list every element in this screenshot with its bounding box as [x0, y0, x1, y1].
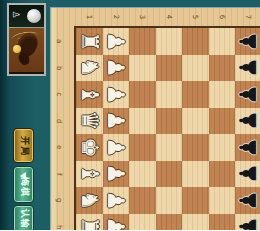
square-c1[interactable]: ♝ — [76, 81, 103, 108]
undo-button[interactable]: 悔棋 — [13, 166, 34, 203]
undo-button-label: 悔棋 — [19, 177, 28, 197]
square-g1[interactable]: ♞ — [76, 187, 103, 214]
player-panel: ♙ — [7, 3, 46, 76]
square-h1[interactable]: ♜ — [76, 214, 103, 231]
square-b4[interactable] — [156, 55, 183, 82]
square-d4[interactable] — [156, 108, 183, 135]
piece-black-pawn[interactable]: ♟ — [237, 31, 260, 52]
piece-black-pawn[interactable]: ♟ — [237, 190, 260, 211]
file-label-f: f — [45, 167, 72, 180]
square-f4[interactable] — [156, 161, 183, 188]
square-b1[interactable]: ♞ — [76, 55, 103, 82]
piece-black-pawn[interactable]: ♟ — [237, 84, 260, 105]
square-a2[interactable]: ♟ — [103, 28, 130, 55]
square-g2[interactable]: ♟ — [103, 187, 130, 214]
app-window: 12345678 abcdefgh ♜♟♟♜♞♟♟♞♝♟♟♝♛♟♟♛♚♟♟♚♝♟… — [0, 0, 260, 230]
piece-white-bishop[interactable]: ♝ — [78, 163, 101, 184]
file-label-h: h — [45, 220, 72, 230]
yellow-ball — [13, 45, 21, 53]
file-label-g: g — [45, 194, 72, 207]
square-e2[interactable]: ♟ — [103, 134, 130, 161]
file-label-c: c — [45, 88, 72, 101]
piece-white-bishop[interactable]: ♝ — [78, 84, 101, 105]
square-a4[interactable] — [156, 28, 183, 55]
square-g3[interactable] — [129, 187, 156, 214]
square-c4[interactable] — [156, 81, 183, 108]
square-a5[interactable] — [182, 28, 209, 55]
piece-white-king[interactable]: ♚ — [78, 137, 101, 158]
start-button-label: 开局 — [19, 136, 28, 156]
square-f5[interactable] — [182, 161, 209, 188]
square-h5[interactable] — [182, 214, 209, 231]
square-b6[interactable] — [209, 55, 236, 82]
piece-white-pawn[interactable]: ♟ — [104, 84, 127, 105]
player-status-row: ♙ — [9, 5, 44, 28]
white-ball-icon — [27, 9, 41, 23]
square-b3[interactable] — [129, 55, 156, 82]
file-label-e: e — [45, 141, 72, 154]
square-b5[interactable] — [182, 55, 209, 82]
square-e4[interactable] — [156, 134, 183, 161]
square-d5[interactable] — [182, 108, 209, 135]
square-c6[interactable] — [209, 81, 236, 108]
square-e3[interactable] — [129, 134, 156, 161]
square-g6[interactable] — [209, 187, 236, 214]
piece-black-pawn[interactable]: ♟ — [237, 216, 260, 230]
square-a1[interactable]: ♜ — [76, 28, 103, 55]
square-f2[interactable]: ♟ — [103, 161, 130, 188]
piece-white-pawn[interactable]: ♟ — [104, 190, 127, 211]
piece-white-pawn[interactable]: ♟ — [104, 216, 127, 230]
square-g4[interactable] — [156, 187, 183, 214]
square-g5[interactable] — [182, 187, 209, 214]
square-c5[interactable] — [182, 81, 209, 108]
square-a7[interactable]: ♟ — [235, 28, 260, 55]
square-d6[interactable] — [209, 108, 236, 135]
square-g7[interactable]: ♟ — [235, 187, 260, 214]
square-b7[interactable]: ♟ — [235, 55, 260, 82]
piece-white-knight[interactable]: ♞ — [78, 57, 101, 78]
piece-white-pawn[interactable]: ♟ — [104, 137, 127, 158]
square-h7[interactable]: ♟ — [235, 214, 260, 231]
piece-white-pawn[interactable]: ♟ — [104, 163, 127, 184]
square-e7[interactable]: ♟ — [235, 134, 260, 161]
square-e5[interactable] — [182, 134, 209, 161]
file-label-a: a — [45, 35, 72, 48]
resign-button[interactable]: 认输 — [13, 205, 34, 230]
file-label-d: d — [45, 114, 72, 127]
square-c3[interactable] — [129, 81, 156, 108]
piece-white-queen[interactable]: ♛ — [78, 110, 101, 131]
square-h4[interactable] — [156, 214, 183, 231]
square-h3[interactable] — [129, 214, 156, 231]
piece-white-pawn[interactable]: ♟ — [104, 57, 127, 78]
square-e6[interactable] — [209, 134, 236, 161]
start-button[interactable]: 开局 — [13, 128, 34, 163]
square-h6[interactable] — [209, 214, 236, 231]
piece-black-pawn[interactable]: ♟ — [237, 57, 260, 78]
piece-black-pawn[interactable]: ♟ — [237, 137, 260, 158]
square-d2[interactable]: ♟ — [103, 108, 130, 135]
piece-white-rook[interactable]: ♜ — [78, 216, 101, 230]
piece-white-knight[interactable]: ♞ — [78, 190, 101, 211]
square-d3[interactable] — [129, 108, 156, 135]
piece-black-pawn[interactable]: ♟ — [237, 163, 260, 184]
file-label-b: b — [45, 61, 72, 74]
square-c2[interactable]: ♟ — [103, 81, 130, 108]
horse-avatar — [9, 28, 44, 72]
piece-white-pawn[interactable]: ♟ — [104, 31, 127, 52]
square-f7[interactable]: ♟ — [235, 161, 260, 188]
piece-white-rook[interactable]: ♜ — [78, 31, 101, 52]
square-f6[interactable] — [209, 161, 236, 188]
square-a6[interactable] — [209, 28, 236, 55]
pawn-icon: ♙ — [11, 10, 20, 18]
square-e1[interactable]: ♚ — [76, 134, 103, 161]
resign-button-label: 认输 — [19, 209, 28, 229]
square-c7[interactable]: ♟ — [235, 81, 260, 108]
piece-black-pawn[interactable]: ♟ — [237, 110, 260, 131]
square-h2[interactable]: ♟ — [103, 214, 130, 231]
square-a3[interactable] — [129, 28, 156, 55]
square-d1[interactable]: ♛ — [76, 108, 103, 135]
square-f1[interactable]: ♝ — [76, 161, 103, 188]
piece-white-pawn[interactable]: ♟ — [104, 110, 127, 131]
board: ♜♟♟♜♞♟♟♞♝♟♟♝♛♟♟♛♚♟♟♚♝♟♟♝♞♟♟♞♜♟♟♜ — [74, 26, 260, 230]
square-b2[interactable]: ♟ — [103, 55, 130, 82]
square-f3[interactable] — [129, 161, 156, 188]
square-d7[interactable]: ♟ — [235, 108, 260, 135]
